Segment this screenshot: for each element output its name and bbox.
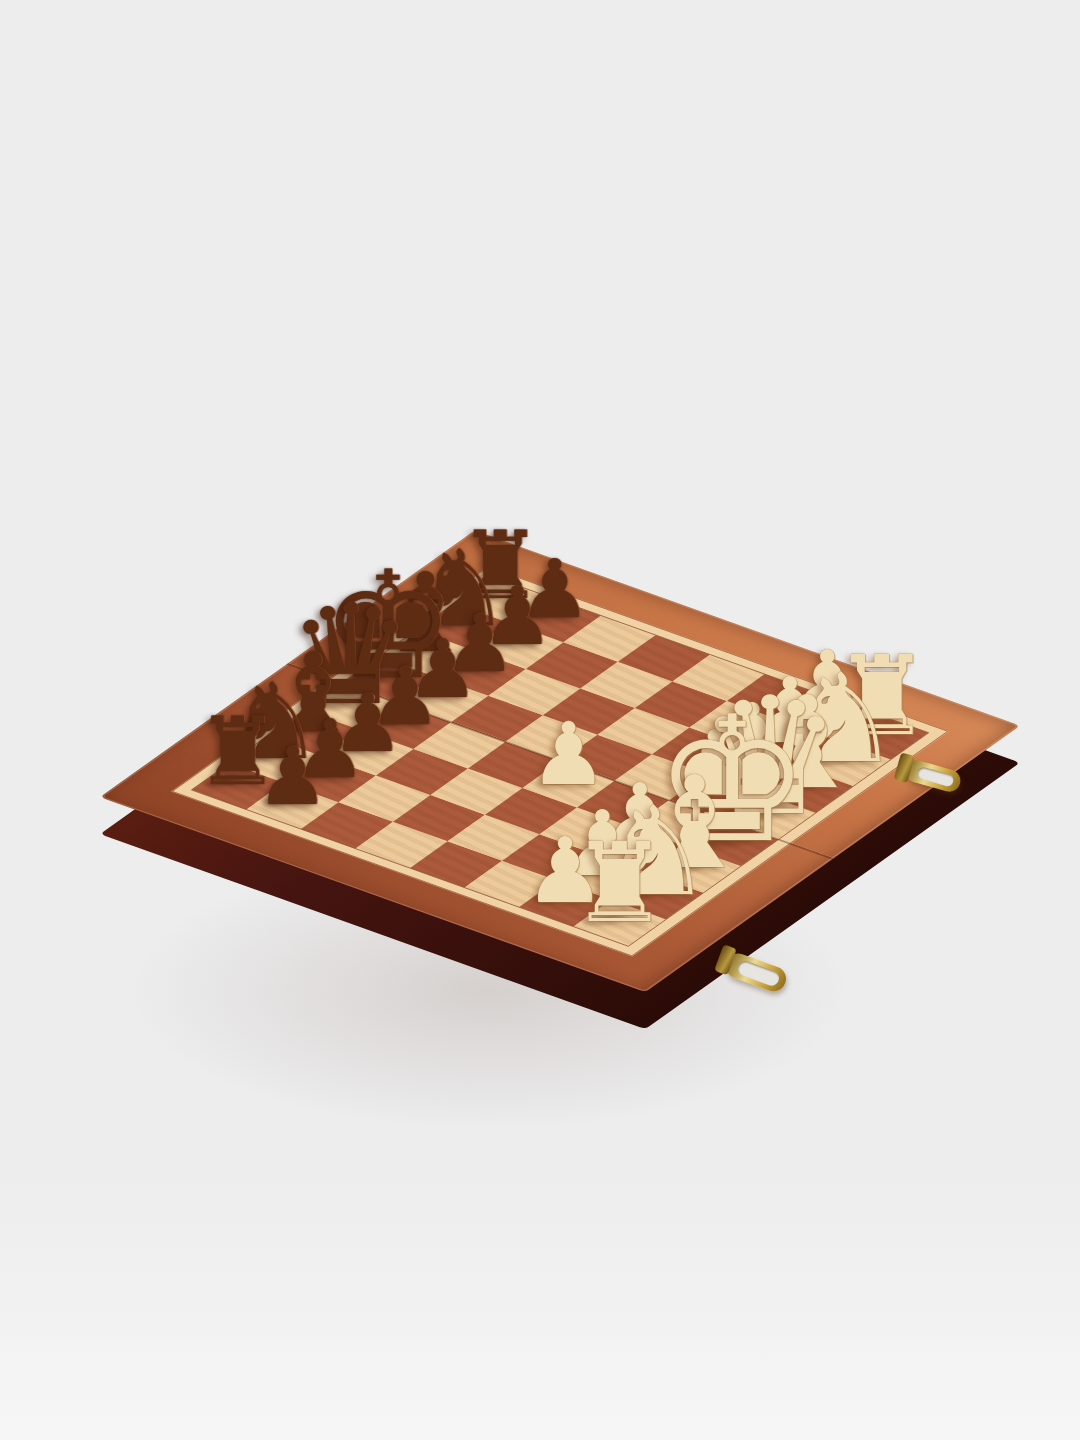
piece-white-pawn-e4: ♟ [530,710,608,797]
piece-black-pawn-h7: ♟ [256,736,329,817]
product-photo-stage: ♜♞♝♚♛♝♞♜♟♟♟♟♟♟♟♟♟♟♟♟♟♟♟♟♜♞♝♛♚♝♞♜ [0,0,1080,1440]
piece-white-rook-h1: ♜ [570,829,669,939]
